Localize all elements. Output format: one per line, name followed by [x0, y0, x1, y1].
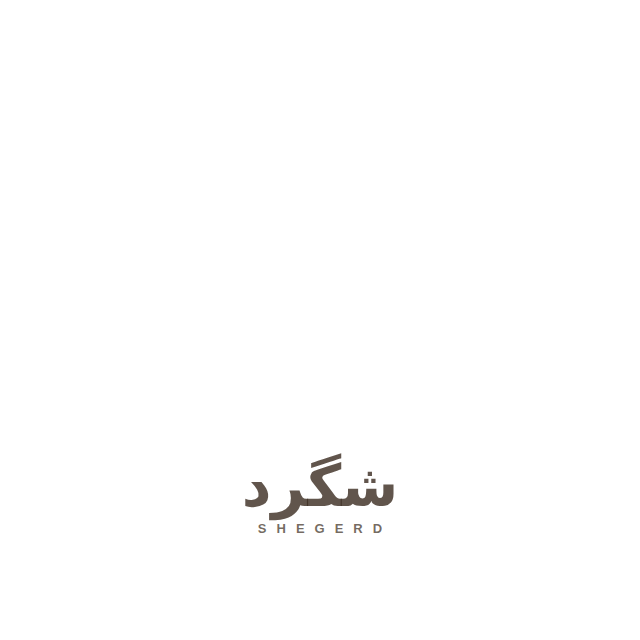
chess-board: [0, 0, 640, 640]
chess-board-container: شگرد SHEGERD: [0, 0, 640, 640]
